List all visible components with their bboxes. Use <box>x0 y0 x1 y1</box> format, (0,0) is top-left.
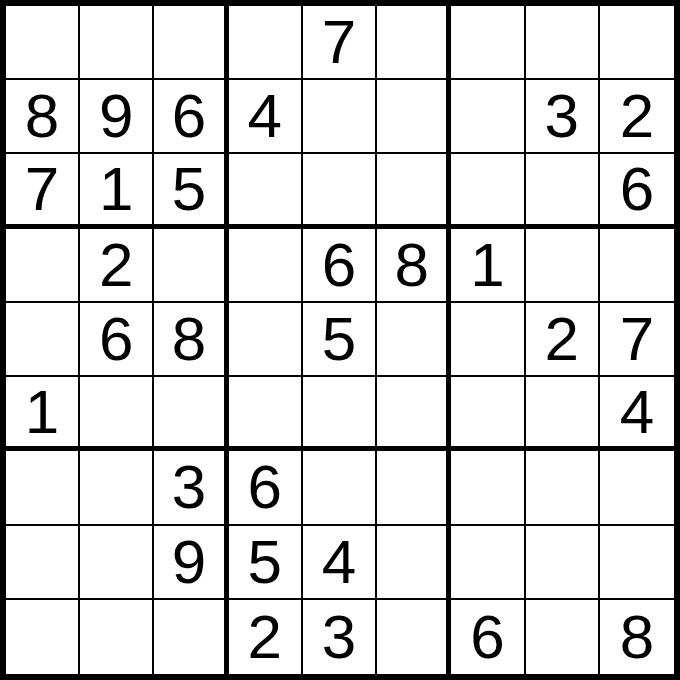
cell-r7c2-empty[interactable] <box>80 451 154 525</box>
cell-r9c5-given[interactable]: 3 <box>303 600 377 674</box>
cell-r7c7-empty[interactable] <box>451 451 525 525</box>
cell-r3c5-empty[interactable] <box>303 154 377 228</box>
cell-r1c9-empty[interactable] <box>600 6 674 80</box>
cell-r8c5-given[interactable]: 4 <box>303 526 377 600</box>
cell-r3c3-given[interactable]: 5 <box>154 154 228 228</box>
cell-r5c4-empty[interactable] <box>229 303 303 377</box>
cell-r3c1-given[interactable]: 7 <box>6 154 80 228</box>
cell-r5c8-given[interactable]: 2 <box>526 303 600 377</box>
cell-r4c9-empty[interactable] <box>600 229 674 303</box>
cell-r6c3-empty[interactable] <box>154 377 228 451</box>
cell-r1c1-empty[interactable] <box>6 6 80 80</box>
cell-r2c5-empty[interactable] <box>303 80 377 154</box>
cell-r9c1-empty[interactable] <box>6 600 80 674</box>
cell-r2c1-given[interactable]: 8 <box>6 80 80 154</box>
cell-r3c2-given[interactable]: 1 <box>80 154 154 228</box>
cell-r5c5-given[interactable]: 5 <box>303 303 377 377</box>
cell-r1c4-empty[interactable] <box>229 6 303 80</box>
cell-r7c3-given[interactable]: 3 <box>154 451 228 525</box>
cell-r9c9-given[interactable]: 8 <box>600 600 674 674</box>
cell-r5c2-given[interactable]: 6 <box>80 303 154 377</box>
cell-r6c5-empty[interactable] <box>303 377 377 451</box>
sudoku-board: 7896432715626816852714369542368 <box>0 0 680 680</box>
cell-r6c1-given[interactable]: 1 <box>6 377 80 451</box>
cell-r1c2-empty[interactable] <box>80 6 154 80</box>
cell-r2c6-empty[interactable] <box>377 80 451 154</box>
cell-r3c7-empty[interactable] <box>451 154 525 228</box>
cell-r6c4-empty[interactable] <box>229 377 303 451</box>
cell-r1c6-empty[interactable] <box>377 6 451 80</box>
cell-r7c8-empty[interactable] <box>526 451 600 525</box>
cell-r9c8-empty[interactable] <box>526 600 600 674</box>
cell-r6c6-empty[interactable] <box>377 377 451 451</box>
cell-r2c7-empty[interactable] <box>451 80 525 154</box>
cell-r7c9-empty[interactable] <box>600 451 674 525</box>
cell-r4c2-given[interactable]: 2 <box>80 229 154 303</box>
cell-r7c4-given[interactable]: 6 <box>229 451 303 525</box>
cell-r4c4-empty[interactable] <box>229 229 303 303</box>
cell-r5c6-empty[interactable] <box>377 303 451 377</box>
cell-r9c6-empty[interactable] <box>377 600 451 674</box>
cell-r8c2-empty[interactable] <box>80 526 154 600</box>
cell-r7c1-empty[interactable] <box>6 451 80 525</box>
cell-r8c9-empty[interactable] <box>600 526 674 600</box>
cell-r3c8-empty[interactable] <box>526 154 600 228</box>
cell-r3c6-empty[interactable] <box>377 154 451 228</box>
cell-r4c5-given[interactable]: 6 <box>303 229 377 303</box>
cell-r2c9-given[interactable]: 2 <box>600 80 674 154</box>
cell-r9c2-empty[interactable] <box>80 600 154 674</box>
cell-r6c2-empty[interactable] <box>80 377 154 451</box>
cell-r9c3-empty[interactable] <box>154 600 228 674</box>
cell-r4c1-empty[interactable] <box>6 229 80 303</box>
cell-r7c5-empty[interactable] <box>303 451 377 525</box>
cell-r2c8-given[interactable]: 3 <box>526 80 600 154</box>
cell-r4c8-empty[interactable] <box>526 229 600 303</box>
cell-r1c8-empty[interactable] <box>526 6 600 80</box>
cell-r5c7-empty[interactable] <box>451 303 525 377</box>
cell-r6c9-given[interactable]: 4 <box>600 377 674 451</box>
cell-r7c6-empty[interactable] <box>377 451 451 525</box>
cell-r8c4-given[interactable]: 5 <box>229 526 303 600</box>
cell-r3c9-given[interactable]: 6 <box>600 154 674 228</box>
cell-r5c1-empty[interactable] <box>6 303 80 377</box>
cell-r8c1-empty[interactable] <box>6 526 80 600</box>
cell-r4c7-given[interactable]: 1 <box>451 229 525 303</box>
cell-r6c7-empty[interactable] <box>451 377 525 451</box>
cell-r8c8-empty[interactable] <box>526 526 600 600</box>
cell-r8c3-given[interactable]: 9 <box>154 526 228 600</box>
cell-r8c6-empty[interactable] <box>377 526 451 600</box>
cell-r1c7-empty[interactable] <box>451 6 525 80</box>
cell-r1c5-given[interactable]: 7 <box>303 6 377 80</box>
cell-r2c3-given[interactable]: 6 <box>154 80 228 154</box>
cell-r9c4-given[interactable]: 2 <box>229 600 303 674</box>
cell-r5c9-given[interactable]: 7 <box>600 303 674 377</box>
cell-r6c8-empty[interactable] <box>526 377 600 451</box>
cell-r4c3-empty[interactable] <box>154 229 228 303</box>
cell-r1c3-empty[interactable] <box>154 6 228 80</box>
cell-r4c6-given[interactable]: 8 <box>377 229 451 303</box>
cell-r3c4-empty[interactable] <box>229 154 303 228</box>
cell-r5c3-given[interactable]: 8 <box>154 303 228 377</box>
cell-r2c4-given[interactable]: 4 <box>229 80 303 154</box>
cell-r8c7-empty[interactable] <box>451 526 525 600</box>
cell-r9c7-given[interactable]: 6 <box>451 600 525 674</box>
cell-r2c2-given[interactable]: 9 <box>80 80 154 154</box>
